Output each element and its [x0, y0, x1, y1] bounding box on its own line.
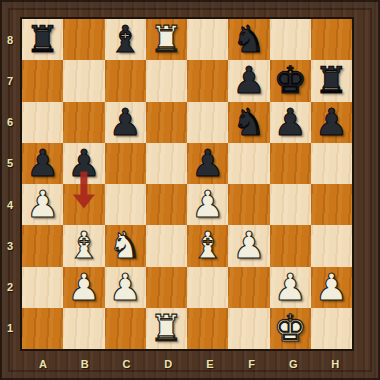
square-d7[interactable] — [146, 60, 187, 101]
square-c8[interactable]: ♝ — [105, 19, 146, 60]
square-e2[interactable] — [187, 267, 228, 308]
square-h6[interactable]: ♟ — [311, 102, 352, 143]
white-pawn-g2[interactable]: ♟ — [274, 267, 307, 308]
square-c2[interactable]: ♟ — [105, 267, 146, 308]
black-king-g7[interactable]: ♚ — [274, 60, 307, 101]
white-pawn-f3[interactable]: ♟ — [232, 225, 265, 266]
rank-label-2: 2 — [0, 267, 20, 308]
square-c4[interactable] — [105, 184, 146, 225]
file-label-h: H — [314, 351, 356, 377]
square-e8[interactable] — [187, 19, 228, 60]
square-b6[interactable] — [63, 102, 104, 143]
square-e6[interactable] — [187, 102, 228, 143]
square-e5[interactable]: ♟ — [187, 143, 228, 184]
square-g8[interactable] — [270, 19, 311, 60]
square-h7[interactable]: ♜ — [311, 60, 352, 101]
square-b4[interactable] — [63, 184, 104, 225]
board-frame: ♜♝♜♞♟♚♜♟♞♟♟♟♟♟♟♟♝♞♝♟♟♟♟♟♜♚ — [20, 17, 354, 351]
file-label-f: F — [231, 351, 273, 377]
white-pawn-c2[interactable]: ♟ — [109, 267, 142, 308]
black-bishop-c8[interactable]: ♝ — [109, 19, 142, 60]
rank-label-5: 5 — [0, 143, 20, 184]
square-d8[interactable]: ♜ — [146, 19, 187, 60]
square-e7[interactable] — [187, 60, 228, 101]
rank-label-4: 4 — [0, 184, 20, 225]
square-f3[interactable]: ♟ — [228, 225, 269, 266]
square-g7[interactable]: ♚ — [270, 60, 311, 101]
square-h2[interactable]: ♟ — [311, 267, 352, 308]
square-d1[interactable]: ♜ — [146, 308, 187, 349]
square-b8[interactable] — [63, 19, 104, 60]
square-d5[interactable] — [146, 143, 187, 184]
white-pawn-e4[interactable]: ♟ — [191, 184, 224, 225]
square-b2[interactable]: ♟ — [63, 267, 104, 308]
square-h1[interactable] — [311, 308, 352, 349]
square-f5[interactable] — [228, 143, 269, 184]
square-a4[interactable]: ♟ — [22, 184, 63, 225]
square-b3[interactable]: ♝ — [63, 225, 104, 266]
square-f8[interactable]: ♞ — [228, 19, 269, 60]
square-e4[interactable]: ♟ — [187, 184, 228, 225]
black-knight-f6[interactable]: ♞ — [232, 102, 265, 143]
square-a5[interactable]: ♟ — [22, 143, 63, 184]
file-labels: ABCDEFGH — [22, 351, 356, 377]
square-f4[interactable] — [228, 184, 269, 225]
rank-label-3: 3 — [0, 225, 20, 266]
square-b5[interactable]: ♟ — [63, 143, 104, 184]
square-a1[interactable] — [22, 308, 63, 349]
square-c7[interactable] — [105, 60, 146, 101]
square-a6[interactable] — [22, 102, 63, 143]
file-label-g: G — [273, 351, 315, 377]
rank-label-8: 8 — [0, 19, 20, 60]
rank-label-7: 7 — [0, 60, 20, 101]
square-a8[interactable]: ♜ — [22, 19, 63, 60]
square-c1[interactable] — [105, 308, 146, 349]
square-g4[interactable] — [270, 184, 311, 225]
square-a2[interactable] — [22, 267, 63, 308]
rank-labels: 87654321 — [0, 19, 20, 349]
white-bishop-b3[interactable]: ♝ — [67, 225, 100, 266]
black-pawn-c6[interactable]: ♟ — [109, 102, 142, 143]
file-label-b: B — [64, 351, 106, 377]
square-d3[interactable] — [146, 225, 187, 266]
black-pawn-h6[interactable]: ♟ — [315, 102, 348, 143]
square-d6[interactable] — [146, 102, 187, 143]
square-c6[interactable]: ♟ — [105, 102, 146, 143]
square-g3[interactable] — [270, 225, 311, 266]
black-pawn-e5[interactable]: ♟ — [191, 143, 224, 184]
square-a3[interactable] — [22, 225, 63, 266]
square-f6[interactable]: ♞ — [228, 102, 269, 143]
square-f7[interactable]: ♟ — [228, 60, 269, 101]
white-pawn-a4[interactable]: ♟ — [26, 184, 59, 225]
black-pawn-a5[interactable]: ♟ — [26, 143, 59, 184]
square-a7[interactable] — [22, 60, 63, 101]
square-f2[interactable] — [228, 267, 269, 308]
square-g2[interactable]: ♟ — [270, 267, 311, 308]
file-label-a: A — [22, 351, 64, 377]
square-e3[interactable]: ♝ — [187, 225, 228, 266]
square-c5[interactable] — [105, 143, 146, 184]
file-label-d: D — [147, 351, 189, 377]
rank-label-6: 6 — [0, 102, 20, 143]
square-h8[interactable] — [311, 19, 352, 60]
square-f1[interactable] — [228, 308, 269, 349]
white-king-g1[interactable]: ♚ — [274, 308, 307, 349]
black-pawn-b5[interactable]: ♟ — [67, 143, 100, 184]
file-label-e: E — [189, 351, 231, 377]
square-e1[interactable] — [187, 308, 228, 349]
square-g1[interactable]: ♚ — [270, 308, 311, 349]
square-h4[interactable] — [311, 184, 352, 225]
square-b7[interactable] — [63, 60, 104, 101]
black-pawn-f7[interactable]: ♟ — [232, 60, 265, 101]
square-h5[interactable] — [311, 143, 352, 184]
white-pawn-b2[interactable]: ♟ — [67, 267, 100, 308]
square-g5[interactable] — [270, 143, 311, 184]
file-label-c: C — [106, 351, 148, 377]
black-rook-h7[interactable]: ♜ — [315, 60, 348, 101]
square-h3[interactable] — [311, 225, 352, 266]
square-d4[interactable] — [146, 184, 187, 225]
board-grid: ♜♝♜♞♟♚♜♟♞♟♟♟♟♟♟♟♝♞♝♟♟♟♟♟♜♚ — [22, 19, 352, 349]
square-g6[interactable]: ♟ — [270, 102, 311, 143]
square-b1[interactable] — [63, 308, 104, 349]
square-c3[interactable]: ♞ — [105, 225, 146, 266]
black-rook-a8[interactable]: ♜ — [26, 19, 59, 60]
white-rook-d1[interactable]: ♜ — [150, 308, 183, 349]
white-knight-c3[interactable]: ♞ — [109, 225, 142, 266]
white-rook-d8[interactable]: ♜ — [150, 19, 183, 60]
square-d2[interactable] — [146, 267, 187, 308]
white-bishop-e3[interactable]: ♝ — [191, 225, 224, 266]
white-pawn-h2[interactable]: ♟ — [315, 267, 348, 308]
rank-label-1: 1 — [0, 308, 20, 349]
black-knight-f8[interactable]: ♞ — [232, 19, 265, 60]
black-pawn-g6[interactable]: ♟ — [274, 102, 307, 143]
chess-board-window: ♜♝♜♞♟♚♜♟♞♟♟♟♟♟♟♟♝♞♝♟♟♟♟♟♜♚ 87654321 ABCD… — [0, 0, 380, 380]
